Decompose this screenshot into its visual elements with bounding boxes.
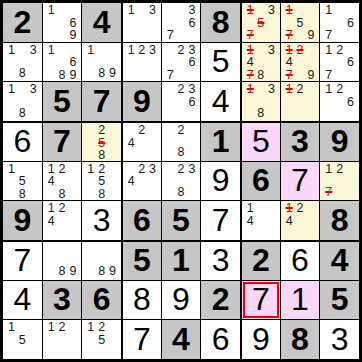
- given-digit: 7: [82, 82, 121, 121]
- empty-candidate-slot: [165, 137, 176, 147]
- empty-candidate-slot: [147, 149, 158, 159]
- candidate: 3: [147, 4, 158, 17]
- empty-candidate-slot: [107, 188, 118, 201]
- cell-r7c9[interactable]: 4: [320, 241, 359, 280]
- candidate: 1: [6, 83, 17, 96]
- cell-r9c1[interactable]: 15: [3, 320, 42, 359]
- cell-r7c6[interactable]: 3: [201, 241, 240, 280]
- empty-candidate-slot: [28, 67, 39, 80]
- candidate: 9: [107, 265, 118, 278]
- empty-candidate-slot: [345, 4, 356, 17]
- pencil-marks: 89: [82, 242, 121, 280]
- cell-r2c4[interactable]: 123: [122, 43, 161, 82]
- cell-r2c6[interactable]: 5: [201, 43, 240, 82]
- empty-candidate-slot: [57, 44, 68, 57]
- eliminated-candidate: 5: [256, 17, 267, 30]
- candidate: 5: [17, 334, 28, 347]
- cell-r7c5[interactable]: 1: [162, 241, 201, 280]
- empty-candidate-slot: [6, 175, 17, 188]
- candidate: 1: [6, 321, 17, 334]
- empty-candidate-slot: [28, 107, 39, 120]
- empty-candidate-slot: [256, 29, 267, 42]
- empty-candidate-slot: [137, 56, 148, 68]
- cell-r9c4[interactable]: 7: [122, 320, 161, 359]
- eliminated-candidate: 7: [245, 69, 256, 82]
- cell-r1c8[interactable]: 1579: [281, 3, 320, 42]
- empty-candidate-slot: [46, 265, 57, 278]
- cell-r8c5[interactable]: 9: [162, 281, 201, 320]
- candidate: 1: [323, 163, 334, 176]
- candidate: 9: [305, 69, 316, 82]
- empty-candidate-slot: [165, 186, 176, 199]
- empty-candidate-slot: [107, 321, 118, 334]
- empty-candidate-slot: [334, 29, 345, 42]
- cell-r8c4[interactable]: 8: [122, 281, 161, 320]
- pencil-marks: 169: [43, 3, 82, 42]
- pencil-marks: 124: [43, 201, 82, 240]
- solved-digit: 6: [201, 320, 240, 359]
- candidate: 5: [96, 175, 107, 188]
- cell-r5c2[interactable]: 1248: [43, 162, 82, 201]
- candidate: 2: [334, 83, 345, 96]
- empty-candidate-slot: [46, 188, 57, 201]
- candidate: 1: [46, 4, 57, 17]
- pencil-marks: 2367: [162, 43, 201, 82]
- cell-r7c4[interactable]: 5: [122, 241, 161, 280]
- empty-candidate-slot: [96, 346, 107, 357]
- candidate: 2: [334, 163, 345, 176]
- cell-r8c7[interactable]: 7: [241, 281, 280, 320]
- cell-r2c8[interactable]: 12479: [281, 43, 320, 82]
- empty-candidate-slot: [57, 227, 68, 238]
- candidate: 6: [67, 56, 78, 69]
- sudoku-board: 2169413367813571579167138168918912323675…: [0, 0, 362, 362]
- empty-candidate-slot: [266, 96, 277, 107]
- empty-candidate-slot: [323, 96, 334, 109]
- pencil-marks: 124: [281, 201, 320, 240]
- empty-candidate-slot: [345, 83, 356, 96]
- candidate: 8: [57, 265, 68, 278]
- empty-candidate-slot: [137, 28, 148, 40]
- cell-r9c3[interactable]: 125: [82, 320, 121, 359]
- empty-candidate-slot: [305, 4, 316, 17]
- empty-candidate-slot: [107, 149, 118, 162]
- empty-candidate-slot: [256, 215, 267, 228]
- solved-digit: 3: [320, 320, 359, 359]
- empty-candidate-slot: [345, 69, 356, 82]
- pencil-marks: 15: [3, 320, 42, 359]
- given-digit: 9: [320, 123, 359, 161]
- cell-r3c7[interactable]: 138: [241, 82, 280, 121]
- empty-candidate-slot: [85, 254, 96, 265]
- empty-candidate-slot: [334, 4, 345, 17]
- given-digit: 3: [43, 281, 82, 320]
- cell-r2c3[interactable]: 189: [82, 43, 121, 82]
- given-digit: 1: [201, 123, 240, 161]
- given-digit: 5: [43, 82, 82, 121]
- candidate: 1: [323, 44, 334, 57]
- candidate: 2: [57, 321, 68, 334]
- empty-candidate-slot: [46, 345, 57, 357]
- cell-r5c7[interactable]: 6: [241, 162, 280, 201]
- cell-r9c2[interactable]: 12: [43, 320, 82, 359]
- candidate: 1: [323, 4, 334, 17]
- cell-r1c4[interactable]: 13: [122, 3, 161, 42]
- empty-candidate-slot: [305, 44, 316, 57]
- pencil-marks: 234: [123, 162, 161, 201]
- candidate: 4: [245, 215, 256, 228]
- empty-candidate-slot: [28, 334, 39, 347]
- empty-candidate-slot: [57, 29, 68, 42]
- empty-candidate-slot: [186, 69, 197, 82]
- cell-r2c7[interactable]: 13478: [241, 43, 280, 82]
- empty-candidate-slot: [6, 188, 17, 201]
- empty-candidate-slot: [147, 188, 158, 199]
- cell-r3c4[interactable]: 9: [122, 82, 161, 121]
- cell-r6c3[interactable]: 3: [82, 201, 121, 240]
- empty-candidate-slot: [107, 163, 118, 176]
- cell-r3c6[interactable]: 4: [201, 82, 240, 121]
- cell-r4c1[interactable]: 6: [3, 122, 42, 161]
- cell-r7c7[interactable]: 2: [241, 241, 280, 280]
- cell-r8c8[interactable]: 1: [281, 281, 320, 320]
- cell-r6c2[interactable]: 124: [43, 201, 82, 240]
- empty-candidate-slot: [57, 243, 68, 254]
- pencil-marks: 24: [123, 123, 161, 161]
- empty-candidate-slot: [345, 175, 356, 186]
- empty-candidate-slot: [295, 29, 306, 42]
- cell-r4c4[interactable]: 24: [122, 122, 161, 161]
- cell-r9c9[interactable]: 3: [320, 320, 359, 359]
- cell-r5c8[interactable]: 7: [281, 162, 320, 201]
- empty-candidate-slot: [256, 83, 267, 96]
- cell-r5c6[interactable]: 9: [201, 162, 240, 201]
- cell-r6c4[interactable]: 6: [122, 201, 161, 240]
- empty-candidate-slot: [334, 108, 345, 119]
- empty-candidate-slot: [57, 4, 68, 17]
- given-digit: 8: [320, 201, 359, 240]
- empty-candidate-slot: [147, 175, 158, 188]
- cell-r8c2[interactable]: 3: [43, 281, 82, 320]
- pencil-marks: 1357: [242, 3, 280, 42]
- given-digit: 1: [162, 242, 201, 280]
- empty-candidate-slot: [266, 107, 277, 120]
- eliminated-candidate: 1: [284, 4, 295, 17]
- empty-candidate-slot: [126, 149, 137, 159]
- cell-r8c9[interactable]: 5: [320, 281, 359, 320]
- empty-candidate-slot: [245, 227, 256, 238]
- empty-candidate-slot: [67, 243, 78, 254]
- eliminated-candidate: 2: [295, 44, 306, 57]
- empty-candidate-slot: [6, 56, 17, 67]
- pencil-marks: 138: [3, 43, 42, 82]
- candidate: 4: [284, 56, 295, 69]
- cell-r7c3[interactable]: 89: [82, 241, 121, 280]
- candidate: 4: [126, 137, 137, 150]
- cell-r5c1[interactable]: 158: [3, 162, 42, 201]
- eliminated-candidate: 1: [245, 4, 256, 17]
- empty-candidate-slot: [186, 146, 197, 159]
- eliminated-candidate: 1: [245, 83, 256, 96]
- candidate: 9: [107, 67, 118, 80]
- cell-r6c9[interactable]: 8: [320, 201, 359, 240]
- solved-digit: 3: [82, 201, 121, 240]
- pencil-marks: 167: [320, 3, 359, 42]
- candidate: 2: [295, 202, 306, 215]
- given-digit: 8: [281, 320, 320, 359]
- empty-candidate-slot: [17, 346, 28, 357]
- empty-candidate-slot: [345, 186, 356, 199]
- pencil-marks: 367: [162, 3, 201, 42]
- empty-candidate-slot: [165, 108, 176, 119]
- candidate: 8: [17, 188, 28, 201]
- cell-r2c2[interactable]: 1689: [43, 43, 82, 82]
- pencil-marks: 258: [82, 123, 121, 161]
- empty-candidate-slot: [107, 124, 118, 137]
- cell-r1c6[interactable]: 8: [201, 3, 240, 42]
- eliminated-candidate: 7: [284, 69, 295, 82]
- empty-candidate-slot: [295, 96, 306, 108]
- empty-candidate-slot: [165, 4, 176, 17]
- empty-candidate-slot: [176, 96, 187, 109]
- empty-candidate-slot: [186, 137, 197, 147]
- candidate: 8: [96, 149, 107, 162]
- empty-candidate-slot: [96, 44, 107, 57]
- candidate: 1: [46, 44, 57, 57]
- cell-r1c9[interactable]: 167: [320, 3, 359, 42]
- cell-r6c1[interactable]: 9: [3, 201, 42, 240]
- candidate: 6: [345, 56, 356, 69]
- cell-r9c7[interactable]: 9: [241, 320, 280, 359]
- cell-r9c5[interactable]: 4: [162, 320, 201, 359]
- empty-candidate-slot: [345, 29, 356, 42]
- empty-candidate-slot: [57, 334, 68, 346]
- empty-candidate-slot: [57, 215, 68, 228]
- empty-candidate-slot: [266, 69, 277, 82]
- empty-candidate-slot: [28, 346, 39, 357]
- empty-candidate-slot: [165, 83, 176, 96]
- cell-r5c4[interactable]: 234: [122, 162, 161, 201]
- cell-r1c7[interactable]: 1357: [241, 3, 280, 42]
- empty-candidate-slot: [126, 56, 137, 68]
- cell-r6c8[interactable]: 124: [281, 201, 320, 240]
- cell-r4c3[interactable]: 258: [82, 122, 121, 161]
- candidate: 8: [96, 188, 107, 201]
- empty-candidate-slot: [147, 56, 158, 68]
- pencil-marks: 1248: [43, 162, 82, 201]
- empty-candidate-slot: [46, 17, 57, 30]
- cell-r3c1[interactable]: 138: [3, 82, 42, 121]
- empty-candidate-slot: [107, 334, 118, 347]
- given-digit: 6: [123, 201, 161, 240]
- empty-candidate-slot: [256, 44, 267, 57]
- candidate: 8: [96, 67, 107, 80]
- empty-candidate-slot: [245, 107, 256, 120]
- cell-r4c7[interactable]: 5: [241, 122, 280, 161]
- candidate: 4: [46, 215, 57, 228]
- empty-candidate-slot: [176, 4, 187, 17]
- empty-candidate-slot: [67, 321, 78, 334]
- empty-candidate-slot: [57, 345, 68, 357]
- empty-candidate-slot: [334, 175, 345, 186]
- cell-r4c9[interactable]: 9: [320, 122, 359, 161]
- solved-digit: 4: [201, 82, 240, 121]
- empty-candidate-slot: [46, 29, 57, 42]
- pencil-marks: 28: [162, 123, 201, 161]
- candidate: 1: [85, 163, 96, 176]
- cell-r4c2[interactable]: 7: [43, 122, 82, 161]
- empty-candidate-slot: [295, 4, 306, 17]
- empty-candidate-slot: [85, 188, 96, 201]
- empty-candidate-slot: [334, 96, 345, 109]
- solved-digit: 7: [123, 320, 161, 359]
- cell-r8c1[interactable]: 4: [3, 281, 42, 320]
- cell-r3c3[interactable]: 7: [82, 82, 121, 121]
- candidate: 1: [46, 321, 57, 334]
- given-digit: 5: [320, 281, 359, 320]
- candidate: 2: [176, 83, 187, 96]
- empty-candidate-slot: [85, 137, 96, 150]
- candidate: 8: [176, 146, 187, 159]
- pencil-marks: 127: [320, 162, 359, 201]
- candidate: 1: [46, 202, 57, 215]
- given-digit: 2: [3, 3, 42, 42]
- empty-candidate-slot: [107, 243, 118, 254]
- cell-r9c8[interactable]: 8: [281, 320, 320, 359]
- cell-r3c2[interactable]: 5: [43, 82, 82, 121]
- cell-r3c9[interactable]: 126: [320, 82, 359, 121]
- candidate: 6: [345, 96, 356, 109]
- empty-candidate-slot: [67, 4, 78, 17]
- given-digit: 4: [82, 3, 121, 42]
- empty-candidate-slot: [28, 163, 39, 176]
- empty-candidate-slot: [67, 334, 78, 346]
- candidate: 1: [323, 83, 334, 96]
- empty-candidate-slot: [334, 69, 345, 82]
- cell-r6c6[interactable]: 7: [201, 201, 240, 240]
- cell-r3c8[interactable]: 12: [281, 82, 320, 121]
- cell-r7c8[interactable]: 6: [281, 241, 320, 280]
- cell-r4c8[interactable]: 3: [281, 122, 320, 161]
- solved-digit: 3: [201, 242, 240, 280]
- empty-candidate-slot: [305, 96, 316, 108]
- cell-r6c7[interactable]: 14: [241, 201, 280, 240]
- cell-r2c5[interactable]: 2367: [162, 43, 201, 82]
- cell-r1c1[interactable]: 2: [3, 3, 42, 42]
- empty-candidate-slot: [28, 175, 39, 188]
- candidate: 4: [284, 215, 295, 228]
- given-digit: 6: [82, 281, 121, 320]
- cell-r7c1[interactable]: 7: [3, 241, 42, 280]
- given-digit: 4: [320, 242, 359, 280]
- cell-r6c5[interactable]: 5: [162, 201, 201, 240]
- given-digit: 3: [281, 123, 320, 161]
- candidate: 1: [126, 4, 137, 17]
- solved-digit: 6: [281, 242, 320, 280]
- empty-candidate-slot: [176, 56, 187, 69]
- pencil-marks: 158: [3, 162, 42, 201]
- empty-candidate-slot: [165, 44, 176, 57]
- eliminated-candidate: 1: [284, 83, 295, 96]
- empty-candidate-slot: [165, 56, 176, 69]
- pencil-marks: 12: [281, 82, 320, 121]
- candidate: 2: [176, 163, 187, 176]
- candidate: 1: [6, 163, 17, 176]
- solved-digit: 9: [242, 320, 280, 359]
- cell-r8c6[interactable]: 2: [201, 281, 240, 320]
- empty-candidate-slot: [126, 124, 137, 137]
- cell-r8c3[interactable]: 6: [82, 281, 121, 320]
- pencil-marks: 13: [123, 3, 161, 42]
- empty-candidate-slot: [85, 124, 96, 137]
- empty-candidate-slot: [67, 345, 78, 357]
- candidate: 2: [137, 124, 148, 137]
- empty-candidate-slot: [85, 243, 96, 254]
- empty-candidate-slot: [147, 17, 158, 29]
- cell-r2c9[interactable]: 1267: [320, 43, 359, 82]
- given-digit: 4: [162, 320, 201, 359]
- pencil-marks: 123: [123, 43, 161, 82]
- solved-digit: 9: [162, 281, 201, 320]
- empty-candidate-slot: [266, 202, 277, 215]
- pencil-marks: 13478: [242, 43, 280, 82]
- candidate: 3: [147, 44, 158, 57]
- empty-candidate-slot: [165, 163, 176, 176]
- cell-r1c3[interactable]: 4: [82, 3, 121, 42]
- cell-r9c6[interactable]: 6: [201, 320, 240, 359]
- empty-candidate-slot: [334, 17, 345, 30]
- candidate: 1: [126, 44, 137, 57]
- empty-candidate-slot: [284, 107, 295, 119]
- empty-candidate-slot: [266, 215, 277, 228]
- empty-candidate-slot: [186, 186, 197, 199]
- candidate: 9: [67, 29, 78, 42]
- given-digit: 2: [201, 281, 240, 320]
- cell-r4c5[interactable]: 28: [162, 122, 201, 161]
- empty-candidate-slot: [295, 56, 306, 69]
- candidate: 8: [256, 107, 267, 120]
- empty-candidate-slot: [107, 137, 118, 150]
- cell-r1c2[interactable]: 169: [43, 3, 82, 42]
- pencil-marks: 238: [162, 162, 201, 201]
- pencil-marks: 1579: [281, 3, 320, 42]
- solved-digit: 7: [201, 201, 240, 240]
- cell-r2c1[interactable]: 138: [3, 43, 42, 82]
- empty-candidate-slot: [6, 346, 17, 357]
- cell-r5c3[interactable]: 1258: [82, 162, 121, 201]
- candidate: 4: [46, 175, 57, 188]
- cell-r1c5[interactable]: 367: [162, 3, 201, 42]
- pencil-marks: 14: [242, 201, 280, 240]
- empty-candidate-slot: [137, 175, 148, 188]
- empty-candidate-slot: [256, 202, 267, 215]
- empty-candidate-slot: [147, 68, 158, 80]
- cell-r7c2[interactable]: 89: [43, 241, 82, 280]
- cell-r5c5[interactable]: 238: [162, 162, 201, 201]
- eliminated-candidate: 7: [284, 29, 295, 42]
- empty-candidate-slot: [67, 227, 78, 238]
- empty-candidate-slot: [67, 175, 78, 188]
- cell-r5c9[interactable]: 127: [320, 162, 359, 201]
- empty-candidate-slot: [305, 215, 316, 228]
- candidate: 3: [147, 163, 158, 176]
- cell-r4c6[interactable]: 1: [201, 122, 240, 161]
- candidate: 3: [266, 83, 277, 96]
- given-digit: 7: [43, 123, 82, 161]
- cell-r3c5[interactable]: 236: [162, 82, 201, 121]
- solved-digit: 4: [3, 281, 42, 320]
- empty-candidate-slot: [295, 69, 306, 82]
